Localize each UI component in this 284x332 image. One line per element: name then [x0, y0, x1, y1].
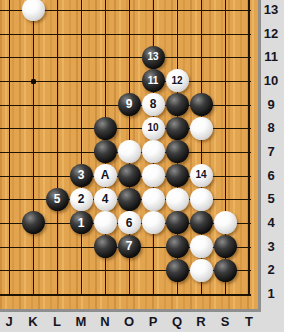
stone-move-label: 13: [147, 52, 158, 62]
row-label: 7: [262, 145, 280, 159]
stone-move-label: 6: [126, 216, 133, 228]
stone-white[interactable]: [190, 235, 213, 258]
row-label: 13: [262, 3, 280, 17]
stone-black[interactable]: [94, 140, 117, 163]
stone-white[interactable]: 8: [142, 93, 165, 116]
column-label: O: [120, 315, 138, 329]
row-label: 8: [262, 121, 280, 135]
row-label: 12: [262, 27, 280, 41]
stone-move-label: 5: [54, 193, 61, 205]
stone-black[interactable]: [22, 211, 45, 234]
stone-move-label: 11: [148, 75, 159, 85]
stone-black[interactable]: [166, 164, 189, 187]
stone-white[interactable]: [22, 0, 45, 21]
column-label: M: [72, 315, 90, 329]
row-label: 11: [262, 50, 280, 64]
column-coordinate-strip: JKLMNOPQRST: [0, 309, 261, 332]
stone-white[interactable]: 12: [166, 69, 189, 92]
row-label: 10: [262, 74, 280, 88]
stone-white[interactable]: [142, 164, 165, 187]
stone-move-label: 7: [126, 240, 133, 252]
column-label: N: [96, 315, 114, 329]
stone-move-label: 2: [78, 193, 85, 205]
stone-white[interactable]: A: [94, 164, 117, 187]
go-board-diagram: 13111298103A14524167 13121110987654321 J…: [0, 0, 284, 332]
stones-grid: 13111298103A14524167: [0, 0, 261, 306]
stone-move-label: 14: [195, 170, 206, 180]
stone-white[interactable]: [190, 259, 213, 282]
column-label: J: [0, 315, 18, 329]
stone-black[interactable]: [166, 235, 189, 258]
stone-white[interactable]: 14: [190, 164, 213, 187]
stone-black[interactable]: [190, 211, 213, 234]
stone-white[interactable]: [166, 188, 189, 211]
stone-black[interactable]: [190, 93, 213, 116]
row-coordinate-strip: 13121110987654321: [258, 0, 284, 332]
stone-move-label: 4: [102, 193, 109, 205]
stone-black[interactable]: [166, 117, 189, 140]
column-label: L: [48, 315, 66, 329]
stone-black[interactable]: 7: [118, 235, 141, 258]
stone-white[interactable]: [94, 211, 117, 234]
stone-white[interactable]: 4: [94, 188, 117, 211]
stone-black[interactable]: 1: [70, 211, 93, 234]
stone-move-label: 1: [78, 216, 85, 228]
row-label: 2: [262, 263, 280, 277]
stone-black[interactable]: 13: [142, 46, 165, 69]
stone-move-label: 12: [171, 75, 182, 85]
row-label: 5: [262, 192, 280, 206]
stone-white[interactable]: [142, 140, 165, 163]
row-label: 4: [262, 216, 280, 230]
stone-move-label: A: [101, 169, 110, 181]
column-label: Q: [168, 315, 186, 329]
stone-black[interactable]: [166, 140, 189, 163]
column-label: K: [24, 315, 42, 329]
column-label: R: [192, 315, 210, 329]
stone-black[interactable]: [166, 211, 189, 234]
stone-black[interactable]: [214, 259, 237, 282]
stone-white[interactable]: [214, 211, 237, 234]
stone-black[interactable]: [118, 188, 141, 211]
stone-black[interactable]: [94, 235, 117, 258]
stone-white[interactable]: 6: [118, 211, 141, 234]
stone-black[interactable]: [94, 117, 117, 140]
stone-white[interactable]: 10: [142, 117, 165, 140]
stone-white[interactable]: [142, 211, 165, 234]
stone-move-label: 8: [150, 98, 157, 110]
stone-white[interactable]: [190, 117, 213, 140]
stone-white[interactable]: 2: [70, 188, 93, 211]
column-label: S: [216, 315, 234, 329]
stone-black[interactable]: [118, 164, 141, 187]
stone-white[interactable]: [118, 140, 141, 163]
row-label: 9: [262, 98, 280, 112]
stone-white[interactable]: [142, 188, 165, 211]
stone-black[interactable]: [166, 93, 189, 116]
stone-move-label: 9: [126, 98, 133, 110]
column-label: T: [240, 315, 258, 329]
stone-black[interactable]: 5: [46, 188, 69, 211]
row-label: 1: [262, 287, 280, 301]
stone-white[interactable]: [190, 188, 213, 211]
row-label: 6: [262, 169, 280, 183]
stone-black[interactable]: 9: [118, 93, 141, 116]
column-label: P: [144, 315, 162, 329]
stone-black[interactable]: [214, 235, 237, 258]
go-board[interactable]: 13111298103A14524167: [0, 0, 284, 332]
row-label: 3: [262, 240, 280, 254]
stone-black[interactable]: [166, 259, 189, 282]
stone-black[interactable]: 3: [70, 164, 93, 187]
stone-move-label: 3: [78, 169, 85, 181]
stone-black[interactable]: 11: [142, 69, 165, 92]
stone-move-label: 10: [147, 123, 158, 133]
